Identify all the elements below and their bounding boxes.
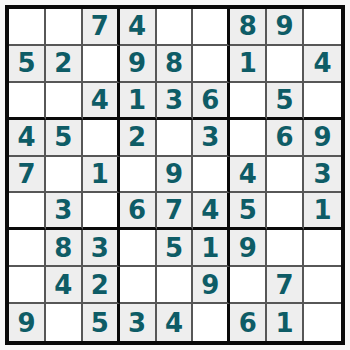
cell-r9c4[interactable]: 3 [120, 304, 157, 341]
cell-r2c5[interactable]: 8 [157, 46, 194, 83]
cell-r3c2[interactable] [46, 83, 83, 120]
cell-r9c5[interactable]: 4 [157, 304, 194, 341]
cell-r4c5[interactable] [157, 120, 194, 157]
cell-r4c4[interactable]: 2 [120, 120, 157, 157]
cell-r1c2[interactable] [46, 9, 83, 46]
cell-r5c3[interactable]: 1 [83, 157, 120, 194]
cell-r8c4[interactable] [120, 267, 157, 304]
cell-r8c3[interactable]: 2 [83, 267, 120, 304]
cell-r9c9[interactable] [304, 304, 341, 341]
cell-r6c8[interactable] [267, 193, 304, 230]
cell-r4c8[interactable]: 6 [267, 120, 304, 157]
cell-r7c1[interactable] [9, 230, 46, 267]
cell-r2c9[interactable]: 4 [304, 46, 341, 83]
cell-r3c9[interactable] [304, 83, 341, 120]
cell-r9c3[interactable]: 5 [83, 304, 120, 341]
cell-r9c7[interactable]: 6 [230, 304, 267, 341]
cell-r1c3[interactable]: 7 [83, 9, 120, 46]
cell-r9c6[interactable] [193, 304, 230, 341]
cell-r8c9[interactable] [304, 267, 341, 304]
cell-r4c1[interactable]: 4 [9, 120, 46, 157]
cell-r7c6[interactable]: 1 [193, 230, 230, 267]
cell-r1c7[interactable]: 8 [230, 9, 267, 46]
sudoku-board: 7489529814413654523697194336745183519429… [5, 5, 345, 345]
cell-r2c4[interactable]: 9 [120, 46, 157, 83]
cell-r7c4[interactable] [120, 230, 157, 267]
cell-r2c3[interactable] [83, 46, 120, 83]
cell-r5c6[interactable] [193, 157, 230, 194]
cell-r6c3[interactable] [83, 193, 120, 230]
cell-r5c8[interactable] [267, 157, 304, 194]
cell-r5c7[interactable]: 4 [230, 157, 267, 194]
cell-r6c6[interactable]: 4 [193, 193, 230, 230]
cell-r3c4[interactable]: 1 [120, 83, 157, 120]
cell-r3c1[interactable] [9, 83, 46, 120]
cell-r5c4[interactable] [120, 157, 157, 194]
cell-r4c7[interactable] [230, 120, 267, 157]
cell-r8c6[interactable]: 9 [193, 267, 230, 304]
cell-r3c3[interactable]: 4 [83, 83, 120, 120]
cell-r8c2[interactable]: 4 [46, 267, 83, 304]
cell-r5c9[interactable]: 3 [304, 157, 341, 194]
cell-r2c6[interactable] [193, 46, 230, 83]
cell-r9c1[interactable]: 9 [9, 304, 46, 341]
cell-r7c7[interactable]: 9 [230, 230, 267, 267]
cell-r8c5[interactable] [157, 267, 194, 304]
cell-r7c3[interactable]: 3 [83, 230, 120, 267]
cell-r2c7[interactable]: 1 [230, 46, 267, 83]
cell-r7c2[interactable]: 8 [46, 230, 83, 267]
cell-r4c2[interactable]: 5 [46, 120, 83, 157]
cell-r9c8[interactable]: 1 [267, 304, 304, 341]
cell-r6c1[interactable] [9, 193, 46, 230]
cell-r3c6[interactable]: 6 [193, 83, 230, 120]
cell-r6c2[interactable]: 3 [46, 193, 83, 230]
cell-r7c8[interactable] [267, 230, 304, 267]
cell-r5c1[interactable]: 7 [9, 157, 46, 194]
cell-r6c4[interactable]: 6 [120, 193, 157, 230]
cell-r5c2[interactable] [46, 157, 83, 194]
cell-r6c7[interactable]: 5 [230, 193, 267, 230]
cell-r8c8[interactable]: 7 [267, 267, 304, 304]
cell-r9c2[interactable] [46, 304, 83, 341]
cell-r3c8[interactable]: 5 [267, 83, 304, 120]
cell-r7c9[interactable] [304, 230, 341, 267]
cell-r1c6[interactable] [193, 9, 230, 46]
cell-r8c1[interactable] [9, 267, 46, 304]
cell-r4c9[interactable]: 9 [304, 120, 341, 157]
cell-r1c1[interactable] [9, 9, 46, 46]
cell-r6c9[interactable]: 1 [304, 193, 341, 230]
cell-r6c5[interactable]: 7 [157, 193, 194, 230]
cell-r2c8[interactable] [267, 46, 304, 83]
cell-r8c7[interactable] [230, 267, 267, 304]
cell-r5c5[interactable]: 9 [157, 157, 194, 194]
cell-r2c2[interactable]: 2 [46, 46, 83, 83]
cell-r3c7[interactable] [230, 83, 267, 120]
cell-r7c5[interactable]: 5 [157, 230, 194, 267]
cell-r4c3[interactable] [83, 120, 120, 157]
cell-r2c1[interactable]: 5 [9, 46, 46, 83]
cell-r1c5[interactable] [157, 9, 194, 46]
cell-r3c5[interactable]: 3 [157, 83, 194, 120]
cell-r1c4[interactable]: 4 [120, 9, 157, 46]
cell-r1c8[interactable]: 9 [267, 9, 304, 46]
cell-r1c9[interactable] [304, 9, 341, 46]
cell-r4c6[interactable]: 3 [193, 120, 230, 157]
